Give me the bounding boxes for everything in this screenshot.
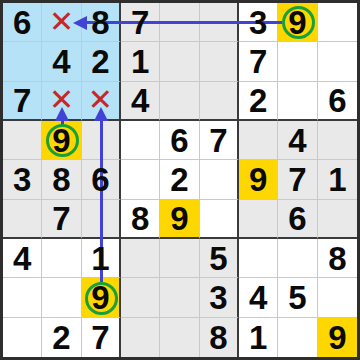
- digit: 8: [131, 202, 149, 235]
- cell-r9c6[interactable]: 8: [200, 318, 239, 357]
- cell-r3c2[interactable]: ✕: [42, 82, 81, 121]
- digit: 9: [328, 321, 346, 354]
- digit: 2: [249, 84, 267, 117]
- digit: 4: [52, 45, 70, 78]
- digit: 9: [52, 124, 70, 157]
- cell-r7c6[interactable]: 5: [200, 239, 239, 278]
- cell-r2c3[interactable]: 2: [82, 42, 121, 81]
- digit: 7: [13, 84, 31, 117]
- cell-r7c2[interactable]: [42, 239, 81, 278]
- cell-r4c2[interactable]: 9: [42, 121, 81, 160]
- cell-r8c2[interactable]: [42, 278, 81, 317]
- cell-r1c8[interactable]: 9: [278, 3, 317, 42]
- digit: 8: [91, 6, 109, 39]
- cell-r5c8[interactable]: 7: [278, 160, 317, 199]
- cell-r3c9[interactable]: 6: [318, 82, 357, 121]
- cell-r9c8[interactable]: [278, 318, 317, 357]
- cell-r2c4[interactable]: 1: [121, 42, 160, 81]
- digit: 2: [52, 321, 70, 354]
- digit: 4: [288, 124, 306, 157]
- digit: 6: [170, 124, 188, 157]
- digit: 8: [52, 163, 70, 196]
- digit: 9: [249, 163, 267, 196]
- cell-r9c9[interactable]: 9: [318, 318, 357, 357]
- digit: 5: [288, 281, 306, 314]
- digit: 7: [52, 202, 70, 235]
- digit: 4: [13, 242, 31, 275]
- digit: 6: [288, 202, 306, 235]
- cell-r8c5[interactable]: [160, 278, 199, 317]
- digit: 4: [249, 281, 267, 314]
- digit: 8: [209, 321, 227, 354]
- x-mark: ✕: [88, 85, 113, 115]
- digit: 1: [131, 45, 149, 78]
- digit: 2: [170, 163, 188, 196]
- cell-r4c4[interactable]: [121, 121, 160, 160]
- cell-r6c8[interactable]: 6: [278, 200, 317, 239]
- cell-r8c7[interactable]: 4: [239, 278, 278, 317]
- x-mark: ✕: [49, 85, 74, 115]
- cell-r9c1[interactable]: [3, 318, 42, 357]
- cell-r2c9[interactable]: [318, 42, 357, 81]
- cell-r6c2[interactable]: 7: [42, 200, 81, 239]
- digit: 7: [131, 6, 149, 39]
- cell-r8c3[interactable]: 9: [82, 278, 121, 317]
- digit: 7: [209, 124, 227, 157]
- digit: 5: [209, 242, 227, 275]
- cell-r3c4[interactable]: 4: [121, 82, 160, 121]
- cell-r2c2[interactable]: 4: [42, 42, 81, 81]
- digit: 1: [91, 242, 109, 275]
- cell-r7c1[interactable]: 4: [3, 239, 42, 278]
- cell-r5c1[interactable]: 3: [3, 160, 42, 199]
- cell-r3c7[interactable]: 2: [239, 82, 278, 121]
- cell-r8c4[interactable]: [121, 278, 160, 317]
- cell-r6c6[interactable]: [200, 200, 239, 239]
- digit: 7: [249, 45, 267, 78]
- cell-r2c1[interactable]: [3, 42, 42, 81]
- cell-r3c8[interactable]: [278, 82, 317, 121]
- digit: 9: [91, 281, 109, 314]
- cell-r4c8[interactable]: 4: [278, 121, 317, 160]
- digit: 9: [170, 202, 188, 235]
- cell-r5c6[interactable]: [200, 160, 239, 199]
- cell-r1c4[interactable]: 7: [121, 3, 160, 42]
- cell-r9c5[interactable]: [160, 318, 199, 357]
- cell-r6c9[interactable]: [318, 200, 357, 239]
- cell-r8c1[interactable]: [3, 278, 42, 317]
- cell-r5c2[interactable]: 8: [42, 160, 81, 199]
- digit: 7: [91, 321, 109, 354]
- cell-r8c9[interactable]: [318, 278, 357, 317]
- cell-r2c6[interactable]: [200, 42, 239, 81]
- digit: 8: [328, 242, 346, 275]
- digit: 6: [91, 163, 109, 196]
- cell-r1c5[interactable]: [160, 3, 199, 42]
- digit: 4: [131, 84, 149, 117]
- cell-r4c3[interactable]: [82, 121, 121, 160]
- cell-r4c6[interactable]: 7: [200, 121, 239, 160]
- cell-r9c2[interactable]: 2: [42, 318, 81, 357]
- cell-r7c7[interactable]: [239, 239, 278, 278]
- cell-r3c3[interactable]: ✕: [82, 82, 121, 121]
- digit: 9: [288, 6, 306, 39]
- cell-r4c7[interactable]: [239, 121, 278, 160]
- cell-r9c3[interactable]: 7: [82, 318, 121, 357]
- digit: 7: [288, 163, 306, 196]
- cell-r5c4[interactable]: [121, 160, 160, 199]
- cell-r5c7[interactable]: 9: [239, 160, 278, 199]
- digit: 3: [249, 6, 267, 39]
- cell-r6c7[interactable]: [239, 200, 278, 239]
- cell-r7c3[interactable]: 1: [82, 239, 121, 278]
- cell-r7c9[interactable]: 8: [318, 239, 357, 278]
- digit: 6: [13, 6, 31, 39]
- cell-r9c4[interactable]: [121, 318, 160, 357]
- cell-r2c5[interactable]: [160, 42, 199, 81]
- cell-r2c8[interactable]: [278, 42, 317, 81]
- digit: 1: [249, 321, 267, 354]
- digit: 3: [13, 163, 31, 196]
- cell-r4c9[interactable]: [318, 121, 357, 160]
- cell-r2c7[interactable]: 7: [239, 42, 278, 81]
- x-mark: ✕: [49, 7, 74, 37]
- cell-r4c1[interactable]: [3, 121, 42, 160]
- digit: 2: [91, 45, 109, 78]
- cell-r6c1[interactable]: [3, 200, 42, 239]
- cell-r4c5[interactable]: 6: [160, 121, 199, 160]
- cell-r8c6[interactable]: 3: [200, 278, 239, 317]
- cell-r7c8[interactable]: [278, 239, 317, 278]
- cell-r8c8[interactable]: 5: [278, 278, 317, 317]
- digit: 6: [328, 84, 346, 117]
- cell-r1c9[interactable]: [318, 3, 357, 42]
- cell-r5c5[interactable]: 2: [160, 160, 199, 199]
- cell-r1c6[interactable]: [200, 3, 239, 42]
- cell-r5c9[interactable]: 1: [318, 160, 357, 199]
- cell-r9c7[interactable]: 1: [239, 318, 278, 357]
- cell-r1c1[interactable]: 6: [3, 3, 42, 42]
- cell-r5c3[interactable]: 6: [82, 160, 121, 199]
- cell-r1c3[interactable]: 8: [82, 3, 121, 42]
- cell-r6c5[interactable]: 9: [160, 200, 199, 239]
- digit: 3: [209, 281, 227, 314]
- sudoku-grid: 6✕873942177✕✕426967438629717896415893452…: [3, 3, 357, 357]
- cell-r3c6[interactable]: [200, 82, 239, 121]
- cell-r1c7[interactable]: 3: [239, 3, 278, 42]
- cell-r7c5[interactable]: [160, 239, 199, 278]
- cell-r3c1[interactable]: 7: [3, 82, 42, 121]
- cell-r1c2[interactable]: ✕: [42, 3, 81, 42]
- cell-r7c4[interactable]: [121, 239, 160, 278]
- sudoku-board: 6✕873942177✕✕426967438629717896415893452…: [0, 0, 360, 360]
- digit: 1: [328, 163, 346, 196]
- cell-r6c4[interactable]: 8: [121, 200, 160, 239]
- cell-r3c5[interactable]: [160, 82, 199, 121]
- cell-r6c3[interactable]: [82, 200, 121, 239]
